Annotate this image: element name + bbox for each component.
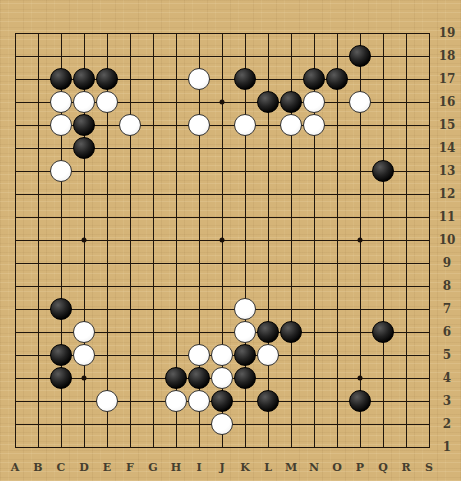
column-label-M: M <box>280 461 302 475</box>
column-label-D: D <box>73 461 95 475</box>
row-label-13: 13 <box>435 164 459 178</box>
stone-black-M6 <box>280 321 302 343</box>
stone-black-E17 <box>96 68 118 90</box>
row-label-19: 19 <box>435 26 459 40</box>
row-label-7: 7 <box>435 302 459 316</box>
stone-white-K15 <box>234 114 256 136</box>
stone-white-E16 <box>96 91 118 113</box>
row-label-6: 6 <box>435 325 459 339</box>
column-label-E: E <box>96 461 118 475</box>
column-label-C: C <box>50 461 72 475</box>
stone-black-L16 <box>257 91 279 113</box>
stone-black-C17 <box>50 68 72 90</box>
stone-white-I5 <box>188 344 210 366</box>
column-label-R: R <box>395 461 417 475</box>
row-label-8: 8 <box>435 279 459 293</box>
stone-white-C13 <box>50 160 72 182</box>
stone-black-M16 <box>280 91 302 113</box>
stone-white-M15 <box>280 114 302 136</box>
stone-white-N16 <box>303 91 325 113</box>
column-label-Q: Q <box>372 461 394 475</box>
stone-white-C16 <box>50 91 72 113</box>
stone-black-D14 <box>73 137 95 159</box>
stone-black-C5 <box>50 344 72 366</box>
row-label-10: 10 <box>435 233 459 247</box>
row-label-1: 1 <box>435 440 459 454</box>
stone-black-Q13 <box>372 160 394 182</box>
stone-black-K17 <box>234 68 256 90</box>
stone-black-L3 <box>257 390 279 412</box>
column-label-O: O <box>326 461 348 475</box>
stone-black-P3 <box>349 390 371 412</box>
stone-white-J4 <box>211 367 233 389</box>
stone-white-L5 <box>257 344 279 366</box>
stone-white-I15 <box>188 114 210 136</box>
stone-white-J5 <box>211 344 233 366</box>
column-label-G: G <box>142 461 164 475</box>
stone-white-C15 <box>50 114 72 136</box>
stone-white-I3 <box>188 390 210 412</box>
row-label-4: 4 <box>435 371 459 385</box>
star-point-P10 <box>358 238 363 243</box>
star-point-J16 <box>220 100 225 105</box>
stone-black-I4 <box>188 367 210 389</box>
stone-black-D15 <box>73 114 95 136</box>
column-label-I: I <box>188 461 210 475</box>
star-point-D10 <box>82 238 87 243</box>
stone-black-D17 <box>73 68 95 90</box>
column-label-F: F <box>119 461 141 475</box>
column-label-J: J <box>211 461 233 475</box>
column-label-K: K <box>234 461 256 475</box>
column-label-P: P <box>349 461 371 475</box>
row-label-14: 14 <box>435 141 459 155</box>
star-point-P4 <box>358 376 363 381</box>
column-label-S: S <box>418 461 440 475</box>
go-board-screenshot: ABCDEFGHIJKLMNOPQRS 19181716151413121110… <box>0 0 461 481</box>
stone-black-C7 <box>50 298 72 320</box>
row-label-5: 5 <box>435 348 459 362</box>
stone-black-L6 <box>257 321 279 343</box>
column-label-B: B <box>27 461 49 475</box>
column-label-L: L <box>257 461 279 475</box>
stone-white-D16 <box>73 91 95 113</box>
stone-black-N17 <box>303 68 325 90</box>
row-label-9: 9 <box>435 256 459 270</box>
stone-white-D5 <box>73 344 95 366</box>
star-point-D4 <box>82 376 87 381</box>
stone-white-E3 <box>96 390 118 412</box>
stone-white-N15 <box>303 114 325 136</box>
stone-white-F15 <box>119 114 141 136</box>
row-label-11: 11 <box>435 210 459 224</box>
stone-white-P16 <box>349 91 371 113</box>
row-label-12: 12 <box>435 187 459 201</box>
stone-white-K6 <box>234 321 256 343</box>
stone-white-D6 <box>73 321 95 343</box>
row-label-3: 3 <box>435 394 459 408</box>
row-label-18: 18 <box>435 49 459 63</box>
stone-black-K5 <box>234 344 256 366</box>
stone-black-O17 <box>326 68 348 90</box>
row-label-2: 2 <box>435 417 459 431</box>
stone-black-P18 <box>349 45 371 67</box>
stone-black-J3 <box>211 390 233 412</box>
column-label-N: N <box>303 461 325 475</box>
stone-white-K7 <box>234 298 256 320</box>
stone-black-Q6 <box>372 321 394 343</box>
row-label-17: 17 <box>435 72 459 86</box>
stone-white-J2 <box>211 413 233 435</box>
row-label-16: 16 <box>435 95 459 109</box>
stone-black-H4 <box>165 367 187 389</box>
stone-black-K4 <box>234 367 256 389</box>
column-label-H: H <box>165 461 187 475</box>
stone-white-I17 <box>188 68 210 90</box>
stone-white-H3 <box>165 390 187 412</box>
star-point-J10 <box>220 238 225 243</box>
column-label-A: A <box>4 461 26 475</box>
row-label-15: 15 <box>435 118 459 132</box>
stone-black-C4 <box>50 367 72 389</box>
